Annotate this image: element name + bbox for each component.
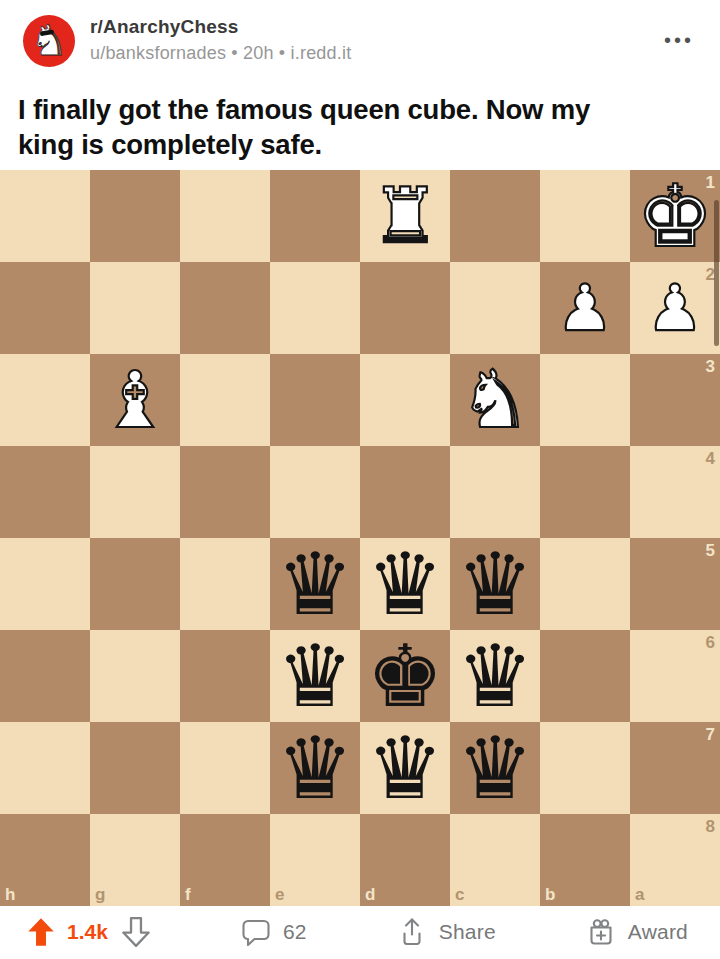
piece-black-queen-c6: ♛	[456, 630, 533, 722]
comment-icon	[240, 916, 272, 948]
square-a1: 1♚	[630, 170, 720, 262]
square-h5	[0, 538, 90, 630]
scrollbar-thumb[interactable]	[714, 200, 719, 346]
square-b8: b	[540, 814, 630, 906]
square-e6: ♛	[270, 630, 360, 722]
square-g8: g	[90, 814, 180, 906]
award-gift-icon	[585, 916, 617, 948]
overflow-menu-icon[interactable]: •••	[664, 30, 694, 50]
square-f2	[180, 262, 270, 354]
reddit-post: ♞ r/AnarchyChess u/banksfornades • 20h •…	[0, 0, 720, 959]
square-e4	[270, 446, 360, 538]
square-e8: e	[270, 814, 360, 906]
piece-white-bishop-g3: ♝	[100, 354, 170, 446]
square-d3	[360, 354, 450, 446]
square-h2	[0, 262, 90, 354]
square-d2	[360, 262, 450, 354]
chess-board[interactable]: ♜1♚♟2♟♝♞34♛♛♛5♛♚♛6♛♛♛7hgfedcb8a	[0, 170, 720, 906]
square-b6	[540, 630, 630, 722]
award-label: Award	[628, 920, 688, 944]
square-g6	[90, 630, 180, 722]
coord-file-h: h	[5, 886, 15, 903]
coord-rank-5: 5	[706, 542, 715, 559]
square-b5	[540, 538, 630, 630]
square-g2	[90, 262, 180, 354]
square-d4	[360, 446, 450, 538]
square-h1	[0, 170, 90, 262]
square-c1	[450, 170, 540, 262]
upvote-count: 1.4k	[67, 920, 108, 944]
square-g4	[90, 446, 180, 538]
square-b7	[540, 722, 630, 814]
square-a6: 6	[630, 630, 720, 722]
upvote-icon[interactable]	[26, 917, 56, 947]
downvote-icon[interactable]	[121, 917, 151, 947]
coord-file-f: f	[185, 886, 191, 903]
share-icon	[396, 916, 428, 948]
piece-black-queen-d5: ♛	[366, 538, 443, 630]
coord-file-d: d	[365, 886, 375, 903]
coord-rank-7: 7	[706, 726, 715, 743]
piece-white-rook-d1: ♜	[371, 170, 439, 262]
square-a5: 5	[630, 538, 720, 630]
piece-black-queen-e6: ♛	[276, 630, 353, 722]
square-f7	[180, 722, 270, 814]
square-e3	[270, 354, 360, 446]
square-g7	[90, 722, 180, 814]
square-h8: h	[0, 814, 90, 906]
subreddit-avatar-anarchychess-knight-icon[interactable]: ♞	[22, 14, 76, 68]
square-c2	[450, 262, 540, 354]
piece-black-king-d6: ♚	[366, 630, 443, 722]
square-d7: ♛	[360, 722, 450, 814]
square-e5: ♛	[270, 538, 360, 630]
post-title-line-1: I finally got the famous queen cube. Now…	[18, 92, 700, 127]
square-h4	[0, 446, 90, 538]
square-a4: 4	[630, 446, 720, 538]
author-line[interactable]: u/banksfornades • 20h • i.redd.it	[90, 43, 351, 64]
square-d5: ♛	[360, 538, 450, 630]
post-title-line-2: king is completely safe.	[18, 127, 700, 162]
square-c8: c	[450, 814, 540, 906]
coord-file-e: e	[275, 886, 284, 903]
square-h7	[0, 722, 90, 814]
square-a3: 3	[630, 354, 720, 446]
square-a7: 7	[630, 722, 720, 814]
square-d8: d	[360, 814, 450, 906]
award-group[interactable]: Award	[585, 916, 688, 948]
coord-rank-3: 3	[706, 358, 715, 375]
piece-black-queen-e5: ♛	[276, 538, 353, 630]
square-f6	[180, 630, 270, 722]
coord-file-a: a	[635, 886, 644, 903]
square-e2	[270, 262, 360, 354]
square-c6: ♛	[450, 630, 540, 722]
piece-black-queen-c5: ♛	[456, 538, 533, 630]
coord-rank-4: 4	[706, 450, 715, 467]
square-g5	[90, 538, 180, 630]
share-label: Share	[439, 920, 496, 944]
square-g1	[90, 170, 180, 262]
piece-black-queen-d7: ♛	[366, 722, 443, 814]
comment-count: 62	[283, 920, 307, 944]
square-e1	[270, 170, 360, 262]
piece-white-pawn-b2: ♟	[556, 262, 613, 354]
square-h3	[0, 354, 90, 446]
square-b1	[540, 170, 630, 262]
square-b2: ♟	[540, 262, 630, 354]
square-h6	[0, 630, 90, 722]
square-e7: ♛	[270, 722, 360, 814]
square-d6: ♚	[360, 630, 450, 722]
post-header: ♞ r/AnarchyChess u/banksfornades • 20h •…	[0, 0, 720, 92]
post-action-bar: 1.4k 62 Share	[0, 908, 720, 959]
subreddit-name[interactable]: r/AnarchyChess	[90, 16, 351, 38]
piece-black-queen-e7: ♛	[276, 722, 353, 814]
svg-text:♞: ♞	[30, 16, 68, 65]
square-d1: ♜	[360, 170, 450, 262]
share-group[interactable]: Share	[396, 916, 496, 948]
coord-file-g: g	[95, 886, 105, 903]
coord-rank-1: 1	[706, 174, 715, 191]
post-title: I finally got the famous queen cube. Now…	[0, 92, 720, 162]
coord-file-b: b	[545, 886, 555, 903]
piece-white-pawn-a2: ♟	[646, 262, 703, 354]
square-c7: ♛	[450, 722, 540, 814]
square-b3	[540, 354, 630, 446]
square-a2: 2♟	[630, 262, 720, 354]
post-meta: r/AnarchyChess u/banksfornades • 20h • i…	[90, 14, 351, 64]
comments-group[interactable]: 62	[240, 916, 307, 948]
vote-group: 1.4k	[26, 917, 151, 947]
square-g3: ♝	[90, 354, 180, 446]
coord-file-c: c	[455, 886, 464, 903]
square-b4	[540, 446, 630, 538]
square-f8: f	[180, 814, 270, 906]
square-c4	[450, 446, 540, 538]
square-a8: 8a	[630, 814, 720, 906]
square-f4	[180, 446, 270, 538]
coord-rank-6: 6	[706, 634, 715, 651]
square-f1	[180, 170, 270, 262]
piece-white-king-a1: ♚	[636, 170, 713, 262]
coord-rank-8: 8	[706, 818, 715, 835]
square-c3: ♞	[450, 354, 540, 446]
square-c5: ♛	[450, 538, 540, 630]
square-f5	[180, 538, 270, 630]
piece-white-knight-c3: ♞	[459, 354, 531, 446]
piece-black-queen-c7: ♛	[456, 722, 533, 814]
square-f3	[180, 354, 270, 446]
